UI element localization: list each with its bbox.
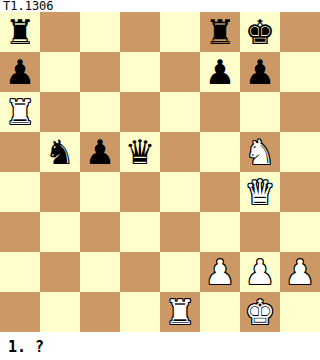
- square-e2[interactable]: [160, 252, 200, 292]
- square-b6[interactable]: [40, 92, 80, 132]
- white-king: ♚: [245, 292, 275, 332]
- black-pawn: ♟: [5, 52, 35, 92]
- square-b4[interactable]: [40, 172, 80, 212]
- square-d8[interactable]: [120, 12, 160, 52]
- white-rook: ♜: [5, 92, 35, 132]
- chess-puzzle-app: T1.1306 ♜♜♚♟♟♟♜♞♟♛♞♛♟♟♟♜♚ 1. ?: [0, 0, 320, 360]
- square-f1[interactable]: [200, 292, 240, 332]
- square-c5[interactable]: ♟: [80, 132, 120, 172]
- square-a5[interactable]: [0, 132, 40, 172]
- square-b7[interactable]: [40, 52, 80, 92]
- square-a1[interactable]: [0, 292, 40, 332]
- square-e6[interactable]: [160, 92, 200, 132]
- square-f8[interactable]: ♜: [200, 12, 240, 52]
- square-b2[interactable]: [40, 252, 80, 292]
- black-king: ♚: [245, 12, 275, 52]
- white-knight: ♞: [245, 132, 275, 172]
- square-h4[interactable]: [280, 172, 320, 212]
- square-b8[interactable]: [40, 12, 80, 52]
- square-e5[interactable]: [160, 132, 200, 172]
- square-d2[interactable]: [120, 252, 160, 292]
- white-queen: ♛: [245, 172, 275, 212]
- black-knight: ♞: [45, 132, 75, 172]
- square-b3[interactable]: [40, 212, 80, 252]
- square-f7[interactable]: ♟: [200, 52, 240, 92]
- square-g3[interactable]: [240, 212, 280, 252]
- white-pawn: ♟: [285, 252, 315, 292]
- square-h3[interactable]: [280, 212, 320, 252]
- square-h1[interactable]: [280, 292, 320, 332]
- chess-board: ♜♜♚♟♟♟♜♞♟♛♞♛♟♟♟♜♚: [0, 12, 320, 332]
- puzzle-id: T1.1306: [3, 0, 54, 12]
- square-f4[interactable]: [200, 172, 240, 212]
- white-rook: ♜: [165, 292, 195, 332]
- square-d4[interactable]: [120, 172, 160, 212]
- square-d1[interactable]: [120, 292, 160, 332]
- square-h5[interactable]: [280, 132, 320, 172]
- square-f3[interactable]: [200, 212, 240, 252]
- white-pawn: ♟: [205, 252, 235, 292]
- square-g8[interactable]: ♚: [240, 12, 280, 52]
- square-e4[interactable]: [160, 172, 200, 212]
- square-e1[interactable]: ♜: [160, 292, 200, 332]
- square-d3[interactable]: [120, 212, 160, 252]
- black-rook: ♜: [5, 12, 35, 52]
- black-pawn: ♟: [205, 52, 235, 92]
- square-c3[interactable]: [80, 212, 120, 252]
- square-g1[interactable]: ♚: [240, 292, 280, 332]
- square-b1[interactable]: [40, 292, 80, 332]
- black-pawn: ♟: [245, 52, 275, 92]
- square-f6[interactable]: [200, 92, 240, 132]
- square-d6[interactable]: [120, 92, 160, 132]
- square-b5[interactable]: ♞: [40, 132, 80, 172]
- move-prompt: 1. ?: [8, 336, 44, 358]
- square-d7[interactable]: [120, 52, 160, 92]
- black-queen: ♛: [125, 132, 155, 172]
- square-c7[interactable]: [80, 52, 120, 92]
- square-g5[interactable]: ♞: [240, 132, 280, 172]
- black-rook: ♜: [205, 12, 235, 52]
- square-a4[interactable]: [0, 172, 40, 212]
- square-c6[interactable]: [80, 92, 120, 132]
- square-a3[interactable]: [0, 212, 40, 252]
- square-h6[interactable]: [280, 92, 320, 132]
- square-g6[interactable]: [240, 92, 280, 132]
- square-g2[interactable]: ♟: [240, 252, 280, 292]
- square-h7[interactable]: [280, 52, 320, 92]
- square-e7[interactable]: [160, 52, 200, 92]
- square-a2[interactable]: [0, 252, 40, 292]
- square-a8[interactable]: ♜: [0, 12, 40, 52]
- square-e8[interactable]: [160, 12, 200, 52]
- square-c1[interactable]: [80, 292, 120, 332]
- square-g7[interactable]: ♟: [240, 52, 280, 92]
- black-pawn: ♟: [85, 132, 115, 172]
- square-h2[interactable]: ♟: [280, 252, 320, 292]
- square-g4[interactable]: ♛: [240, 172, 280, 212]
- square-f5[interactable]: [200, 132, 240, 172]
- square-e3[interactable]: [160, 212, 200, 252]
- square-a7[interactable]: ♟: [0, 52, 40, 92]
- square-c2[interactable]: [80, 252, 120, 292]
- square-a6[interactable]: ♜: [0, 92, 40, 132]
- square-d5[interactable]: ♛: [120, 132, 160, 172]
- square-c8[interactable]: [80, 12, 120, 52]
- square-f2[interactable]: ♟: [200, 252, 240, 292]
- square-h8[interactable]: [280, 12, 320, 52]
- white-pawn: ♟: [245, 252, 275, 292]
- square-c4[interactable]: [80, 172, 120, 212]
